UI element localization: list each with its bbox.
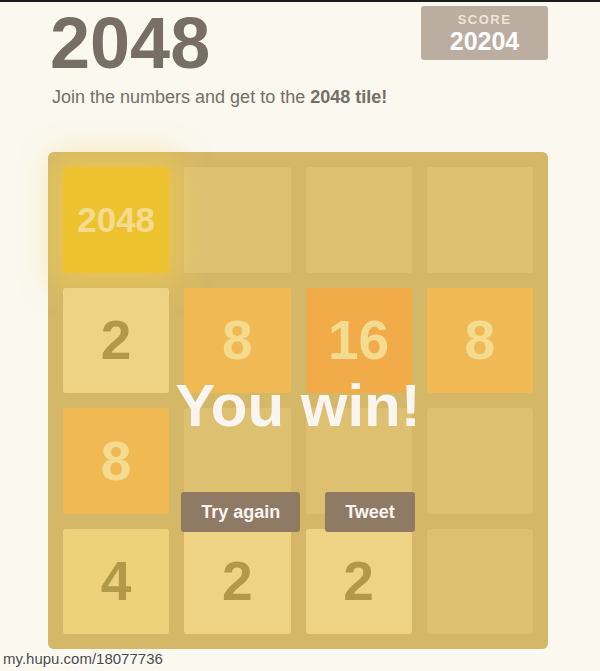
win-overlay: You win! Try again Tweet (48, 152, 548, 649)
instructions-goal-text: 2048 tile! (310, 87, 387, 107)
game-board[interactable]: 2048281688422 You win! Try again Tweet (48, 152, 548, 649)
win-message: You win! (48, 376, 548, 436)
score-value: 20204 (450, 27, 520, 55)
try-again-button[interactable]: Try again (181, 492, 300, 532)
page-title: 2048 (50, 7, 210, 79)
tweet-button[interactable]: Tweet (325, 492, 415, 532)
watermark: my.hupu.com/18077736 (3, 650, 163, 668)
overlay-buttons: Try again Tweet (48, 492, 548, 532)
score-box: SCORE 20204 (421, 6, 548, 60)
instructions-text: Join the numbers and get to the (52, 87, 310, 107)
screenshot-top-border (0, 0, 600, 2)
score-label: SCORE (458, 13, 512, 27)
game-instructions: Join the numbers and get to the 2048 til… (52, 86, 387, 108)
